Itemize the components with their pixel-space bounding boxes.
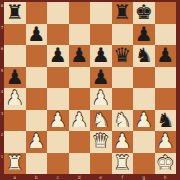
square-d5[interactable] <box>69 67 91 89</box>
square-h8[interactable] <box>155 2 177 24</box>
piece-white-rook-f1[interactable]: ♜ <box>113 152 131 174</box>
square-c1[interactable] <box>47 153 69 175</box>
square-f6[interactable]: ♛ <box>112 45 134 67</box>
piece-black-queen-f6[interactable]: ♛ <box>113 45 131 67</box>
piece-black-rook-a8[interactable]: ♜ <box>6 2 24 24</box>
square-a1[interactable]: ♜ <box>4 153 26 175</box>
square-g5[interactable] <box>133 67 155 89</box>
square-a4[interactable]: ♟ <box>4 88 26 110</box>
square-d2[interactable] <box>69 131 91 153</box>
square-c8[interactable] <box>47 2 69 24</box>
square-a8[interactable]: ♜ <box>4 2 26 24</box>
piece-white-pawn-g3[interactable]: ♟ <box>135 109 153 131</box>
piece-white-rook-a1[interactable]: ♜ <box>6 152 24 174</box>
piece-white-knight-f3[interactable]: ♞ <box>113 109 131 131</box>
square-g3[interactable]: ♟ <box>133 110 155 132</box>
chess-board-screenshot: ♜♜♚♟♟♟♟♟♛♞♟♟♟♟♟♟♟♞♞♟♞♟♛♟♟♜♜♚ 87654321abc… <box>0 0 180 180</box>
square-g6[interactable]: ♞ <box>133 45 155 67</box>
piece-black-king-g8[interactable]: ♚ <box>135 2 153 24</box>
piece-black-knight-g6[interactable]: ♞ <box>135 45 153 67</box>
piece-white-pawn-d3[interactable]: ♟ <box>70 109 88 131</box>
square-g1[interactable] <box>133 153 155 175</box>
square-h1[interactable]: ♚ <box>155 153 177 175</box>
square-e2[interactable]: ♛ <box>90 131 112 153</box>
piece-white-pawn-e4[interactable]: ♟ <box>92 88 110 110</box>
chess-board: ♜♜♚♟♟♟♟♟♛♞♟♟♟♟♟♟♟♞♞♟♞♟♛♟♟♜♜♚ <box>4 2 176 174</box>
square-f1[interactable]: ♜ <box>112 153 134 175</box>
piece-white-pawn-c3[interactable]: ♟ <box>49 109 67 131</box>
square-c2[interactable] <box>47 131 69 153</box>
square-b6[interactable] <box>26 45 48 67</box>
piece-black-knight-h3[interactable]: ♞ <box>156 109 174 131</box>
square-h6[interactable]: ♟ <box>155 45 177 67</box>
piece-white-pawn-b2[interactable]: ♟ <box>27 131 45 153</box>
piece-black-pawn-d6[interactable]: ♟ <box>70 45 88 67</box>
square-b4[interactable] <box>26 88 48 110</box>
piece-black-pawn-b7[interactable]: ♟ <box>27 23 45 45</box>
piece-black-pawn-a5[interactable]: ♟ <box>6 66 24 88</box>
square-f5[interactable] <box>112 67 134 89</box>
piece-white-pawn-a4[interactable]: ♟ <box>6 88 24 110</box>
square-b2[interactable]: ♟ <box>26 131 48 153</box>
piece-white-pawn-h2[interactable]: ♟ <box>156 131 174 153</box>
piece-black-pawn-e5[interactable]: ♟ <box>92 66 110 88</box>
square-h5[interactable] <box>155 67 177 89</box>
piece-white-queen-e2[interactable]: ♛ <box>92 131 110 153</box>
square-c6[interactable]: ♟ <box>47 45 69 67</box>
piece-black-pawn-e6[interactable]: ♟ <box>92 45 110 67</box>
square-d3[interactable]: ♟ <box>69 110 91 132</box>
square-d6[interactable]: ♟ <box>69 45 91 67</box>
piece-white-pawn-f2[interactable]: ♟ <box>113 131 131 153</box>
piece-black-pawn-c6[interactable]: ♟ <box>49 45 67 67</box>
square-d1[interactable] <box>69 153 91 175</box>
square-c5[interactable] <box>47 67 69 89</box>
square-b5[interactable] <box>26 67 48 89</box>
piece-black-pawn-g7[interactable]: ♟ <box>135 23 153 45</box>
piece-white-knight-e3[interactable]: ♞ <box>92 109 110 131</box>
square-b1[interactable] <box>26 153 48 175</box>
square-g2[interactable] <box>133 131 155 153</box>
square-a7[interactable] <box>4 24 26 46</box>
square-c3[interactable]: ♟ <box>47 110 69 132</box>
piece-black-pawn-h6[interactable]: ♟ <box>156 45 174 67</box>
square-f8[interactable]: ♜ <box>112 2 134 24</box>
square-b7[interactable]: ♟ <box>26 24 48 46</box>
square-e1[interactable] <box>90 153 112 175</box>
piece-black-rook-f8[interactable]: ♜ <box>113 2 131 24</box>
square-d8[interactable] <box>69 2 91 24</box>
piece-white-king-h1[interactable]: ♚ <box>156 152 174 174</box>
square-a3[interactable] <box>4 110 26 132</box>
square-e8[interactable] <box>90 2 112 24</box>
